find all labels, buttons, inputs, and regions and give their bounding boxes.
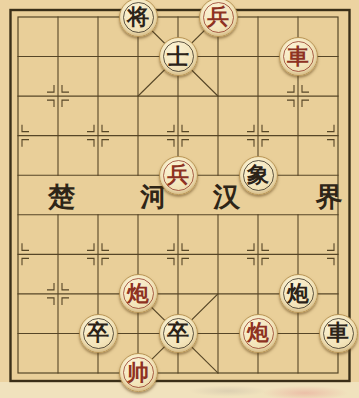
piece-glyph: 象 bbox=[247, 164, 269, 186]
piece-glyph: 炮 bbox=[247, 322, 269, 344]
piece-red-soldier[interactable]: 兵 bbox=[199, 0, 238, 37]
piece-layer[interactable]: 将兵士車兵象炮炮卒卒炮車帅 bbox=[0, 0, 358, 393]
piece-black-soldier[interactable]: 卒 bbox=[159, 314, 198, 353]
piece-red-general[interactable]: 帅 bbox=[119, 353, 158, 392]
piece-glyph: 卒 bbox=[167, 322, 189, 344]
xiangqi-game-screen: 楚 河 汉 界 将兵士車兵象炮炮卒卒炮車帅 bbox=[0, 0, 359, 398]
piece-glyph: 卒 bbox=[87, 322, 109, 344]
piece-glyph: 車 bbox=[327, 322, 349, 344]
piece-glyph: 帅 bbox=[127, 361, 149, 383]
piece-black-chariot[interactable]: 車 bbox=[319, 314, 358, 353]
piece-glyph: 将 bbox=[127, 6, 149, 28]
piece-black-cannon[interactable]: 炮 bbox=[279, 274, 318, 313]
piece-red-chariot[interactable]: 車 bbox=[279, 37, 318, 76]
piece-red-soldier[interactable]: 兵 bbox=[159, 156, 198, 195]
piece-black-elephant[interactable]: 象 bbox=[239, 156, 278, 195]
piece-black-general[interactable]: 将 bbox=[119, 0, 158, 37]
piece-black-advisor[interactable]: 士 bbox=[159, 37, 198, 76]
piece-glyph: 士 bbox=[167, 45, 189, 67]
piece-glyph: 兵 bbox=[167, 164, 189, 186]
piece-black-soldier[interactable]: 卒 bbox=[79, 314, 118, 353]
piece-red-cannon[interactable]: 炮 bbox=[239, 314, 278, 353]
piece-glyph: 車 bbox=[287, 45, 309, 67]
piece-red-cannon[interactable]: 炮 bbox=[119, 274, 158, 313]
piece-glyph: 炮 bbox=[127, 282, 149, 304]
piece-glyph: 炮 bbox=[287, 282, 309, 304]
piece-glyph: 兵 bbox=[207, 6, 229, 28]
